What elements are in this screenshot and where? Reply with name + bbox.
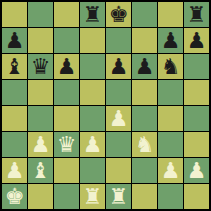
piece-black-queen: ♛ <box>28 54 53 79</box>
piece-black-knight: ♞ <box>158 54 183 79</box>
square-d3[interactable]: ♟ <box>80 132 105 157</box>
square-c7[interactable] <box>54 28 79 53</box>
square-f5[interactable] <box>132 80 157 105</box>
square-g8[interactable] <box>158 2 183 27</box>
square-e4[interactable]: ♟ <box>106 106 131 131</box>
square-b5[interactable] <box>28 80 53 105</box>
square-d5[interactable] <box>80 80 105 105</box>
piece-black-pawn: ♟ <box>54 54 79 79</box>
square-f1[interactable] <box>132 184 157 209</box>
square-c2[interactable] <box>54 158 79 183</box>
piece-white-bishop: ♝ <box>28 158 53 183</box>
chess-board: ♜♚♜♟♟♟♝♛♟♟♟♞♟♟♛♟♞♟♝♟♟♚♜♜ <box>0 0 211 211</box>
square-d2[interactable] <box>80 158 105 183</box>
square-b1[interactable] <box>28 184 53 209</box>
square-c4[interactable] <box>54 106 79 131</box>
square-d6[interactable] <box>80 54 105 79</box>
square-a4[interactable] <box>2 106 27 131</box>
piece-white-pawn: ♟ <box>158 158 183 183</box>
square-b7[interactable] <box>28 28 53 53</box>
square-d7[interactable] <box>80 28 105 53</box>
square-h4[interactable] <box>184 106 209 131</box>
square-f4[interactable] <box>132 106 157 131</box>
piece-white-pawn: ♟ <box>2 158 27 183</box>
square-g1[interactable] <box>158 184 183 209</box>
square-a1[interactable]: ♚ <box>2 184 27 209</box>
square-h2[interactable]: ♟ <box>184 158 209 183</box>
square-c3[interactable]: ♛ <box>54 132 79 157</box>
piece-white-pawn: ♟ <box>80 132 105 157</box>
square-h3[interactable] <box>184 132 209 157</box>
piece-black-pawn: ♟ <box>158 28 183 53</box>
square-c8[interactable] <box>54 2 79 27</box>
piece-white-pawn: ♟ <box>184 158 209 183</box>
square-g2[interactable]: ♟ <box>158 158 183 183</box>
square-f3[interactable]: ♞ <box>132 132 157 157</box>
square-c5[interactable] <box>54 80 79 105</box>
square-h8[interactable]: ♜ <box>184 2 209 27</box>
square-d8[interactable]: ♜ <box>80 2 105 27</box>
square-b8[interactable] <box>28 2 53 27</box>
piece-black-rook: ♜ <box>80 2 105 27</box>
square-b2[interactable]: ♝ <box>28 158 53 183</box>
square-a3[interactable] <box>2 132 27 157</box>
piece-white-rook: ♜ <box>106 184 131 209</box>
piece-black-pawn: ♟ <box>132 54 157 79</box>
square-d4[interactable] <box>80 106 105 131</box>
square-c1[interactable] <box>54 184 79 209</box>
piece-black-pawn: ♟ <box>184 28 209 53</box>
piece-black-bishop: ♝ <box>2 54 27 79</box>
board-grid: ♜♚♜♟♟♟♝♛♟♟♟♞♟♟♛♟♞♟♝♟♟♚♜♜ <box>2 2 209 209</box>
square-f8[interactable] <box>132 2 157 27</box>
square-g7[interactable]: ♟ <box>158 28 183 53</box>
square-b6[interactable]: ♛ <box>28 54 53 79</box>
square-h5[interactable] <box>184 80 209 105</box>
square-a2[interactable]: ♟ <box>2 158 27 183</box>
piece-black-king: ♚ <box>106 2 131 27</box>
square-g5[interactable] <box>158 80 183 105</box>
square-g4[interactable] <box>158 106 183 131</box>
square-e7[interactable] <box>106 28 131 53</box>
square-b3[interactable]: ♟ <box>28 132 53 157</box>
square-a6[interactable]: ♝ <box>2 54 27 79</box>
square-e8[interactable]: ♚ <box>106 2 131 27</box>
square-e2[interactable] <box>106 158 131 183</box>
square-e3[interactable] <box>106 132 131 157</box>
square-e6[interactable]: ♟ <box>106 54 131 79</box>
piece-white-king: ♚ <box>2 184 27 209</box>
piece-white-queen: ♛ <box>54 132 79 157</box>
piece-black-pawn: ♟ <box>106 54 131 79</box>
piece-white-pawn: ♟ <box>106 106 131 131</box>
square-e1[interactable]: ♜ <box>106 184 131 209</box>
piece-white-rook: ♜ <box>80 184 105 209</box>
square-g3[interactable] <box>158 132 183 157</box>
square-a7[interactable]: ♟ <box>2 28 27 53</box>
piece-white-knight: ♞ <box>132 132 157 157</box>
square-h7[interactable]: ♟ <box>184 28 209 53</box>
piece-black-pawn: ♟ <box>2 28 27 53</box>
square-a8[interactable] <box>2 2 27 27</box>
square-f2[interactable] <box>132 158 157 183</box>
square-e5[interactable] <box>106 80 131 105</box>
square-h1[interactable] <box>184 184 209 209</box>
piece-black-rook: ♜ <box>184 2 209 27</box>
square-b4[interactable] <box>28 106 53 131</box>
square-c6[interactable]: ♟ <box>54 54 79 79</box>
square-f6[interactable]: ♟ <box>132 54 157 79</box>
square-d1[interactable]: ♜ <box>80 184 105 209</box>
square-h6[interactable] <box>184 54 209 79</box>
square-f7[interactable] <box>132 28 157 53</box>
square-a5[interactable] <box>2 80 27 105</box>
square-g6[interactable]: ♞ <box>158 54 183 79</box>
piece-white-pawn: ♟ <box>28 132 53 157</box>
